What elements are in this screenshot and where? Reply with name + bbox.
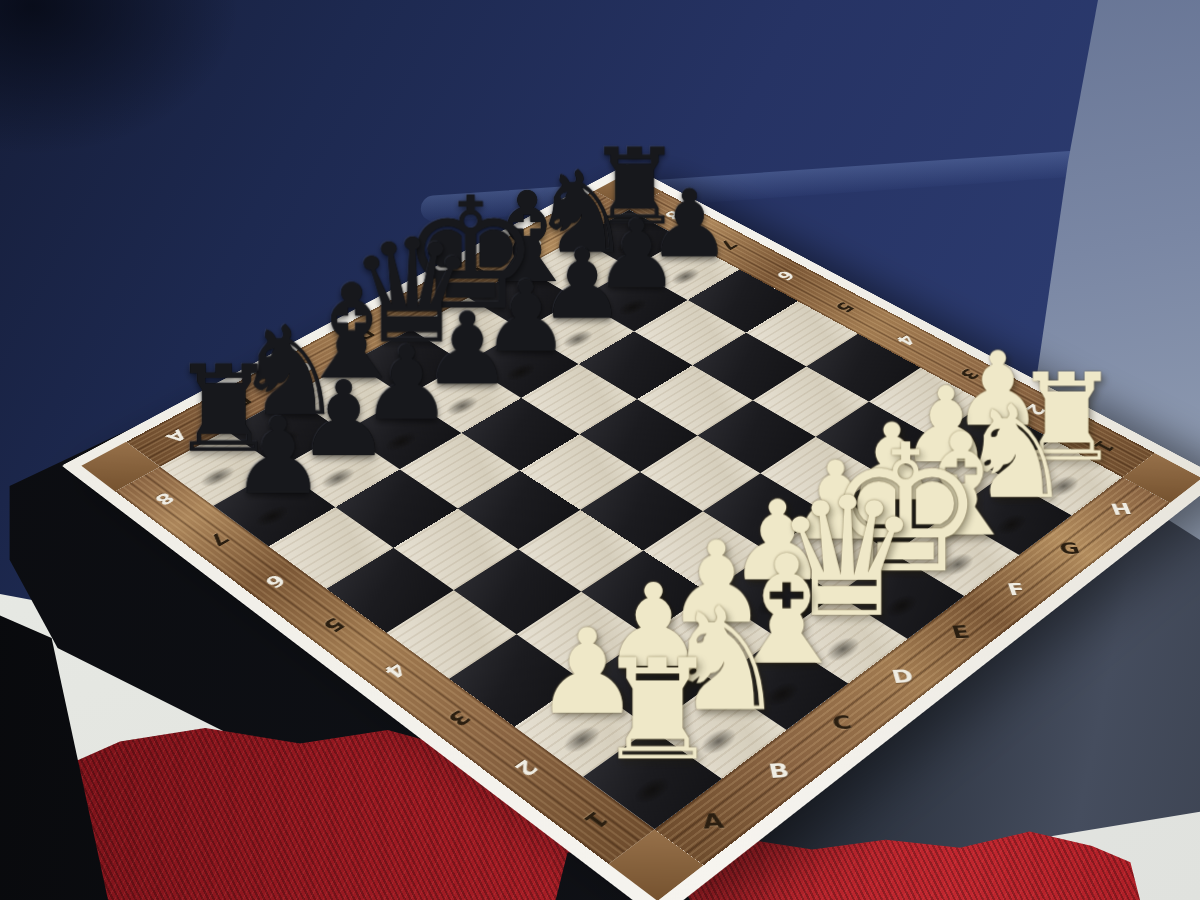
piece-shadow [371, 423, 432, 460]
rank-label-7: 7 [683, 220, 772, 269]
board-perspective: ABCDEFGH 87654321 ♜♞♝♛♚♝♞♜♟♟♟♟♟♟♟♟♟♟♟♟♟♟… [0, 0, 1200, 900]
square-c7[interactable]: ♟ [344, 397, 462, 470]
rank-label-6: 6 [740, 250, 831, 301]
square-e7[interactable]: ♟ [465, 330, 579, 398]
wood-frame: ABCDEFGH 87654321 ♜♞♝♛♚♝♞♜♟♟♟♟♟♟♟♟♟♟♟♟♟♟… [81, 173, 1200, 900]
chess-board: ♜♞♝♛♚♝♞♜♟♟♟♟♟♟♟♟♟♟♟♟♟♟♟♟♜♞♝♛♚♝♞♜ [160, 210, 1122, 830]
piece-shadow [494, 290, 550, 322]
square-f6[interactable] [579, 331, 693, 399]
square-d7[interactable]: ♟ [406, 363, 522, 433]
piece-shadow [437, 321, 495, 354]
square-f8[interactable]: ♝ [468, 267, 578, 330]
square-e5[interactable] [579, 399, 697, 472]
file-label-h: H [543, 191, 630, 238]
square-h5[interactable] [746, 301, 858, 366]
piece-black-pawn-d7[interactable]: ♟ [417, 299, 517, 399]
square-f7[interactable]: ♟ [523, 299, 635, 364]
file-label-e: E [376, 277, 468, 329]
square-g7[interactable]: ♟ [578, 268, 688, 331]
piece-black-knight-g8[interactable]: ♞ [524, 157, 637, 270]
square-e8[interactable]: ♚ [411, 298, 523, 363]
piece-black-pawn-a7[interactable]: ♟ [225, 403, 331, 509]
piece-black-pawn-g7[interactable]: ♟ [589, 206, 684, 301]
file-label-a: A [126, 406, 226, 466]
piece-black-pawn-c7[interactable]: ♟ [355, 333, 457, 435]
square-e6[interactable] [521, 364, 637, 434]
piece-shadow [658, 261, 713, 292]
file-label-c: C [256, 339, 352, 395]
square-h7[interactable]: ♟ [632, 239, 740, 300]
piece-shadow [603, 231, 657, 261]
square-d8[interactable]: ♛ [352, 329, 465, 396]
file-label-f: F [434, 247, 524, 298]
piece-shadow [378, 354, 437, 389]
piece-black-bishop-c8[interactable]: ♝ [286, 267, 417, 398]
frame-corner-h8 [594, 173, 662, 210]
rank-label-8: 8 [629, 191, 716, 239]
piece-black-rook-h8[interactable]: ♜ [581, 134, 687, 240]
frame-edge-rank8-letters: ABCDEFGH [126, 191, 629, 467]
rank-label-4: 4 [858, 313, 953, 368]
file-label-b: B [726, 745, 833, 797]
piece-black-queen-d8[interactable]: ♛ [340, 221, 484, 365]
square-d6[interactable] [462, 398, 580, 471]
rank-label-5: 5 [798, 281, 891, 334]
piece-shadow [550, 260, 605, 291]
square-g8[interactable]: ♞ [524, 238, 632, 299]
chess-mat: ABCDEFGH 87654321 ♜♞♝♛♚♝♞♜♟♟♟♟♟♟♟♟♟♟♟♟♟♟… [62, 164, 1200, 900]
piece-black-bishop-f8[interactable]: ♝ [464, 176, 588, 300]
file-label-d: D [317, 308, 411, 362]
frame-corner-a8 [81, 442, 160, 492]
file-label-g: G [1019, 528, 1121, 570]
square-h8[interactable]: ♜ [577, 210, 683, 269]
file-label-g: G [489, 219, 577, 268]
piece-shadow [492, 355, 550, 390]
piece-black-pawn-h7[interactable]: ♟ [642, 177, 735, 270]
piece-black-pawn-f7[interactable]: ♟ [533, 236, 630, 333]
square-g6[interactable] [634, 300, 746, 365]
piece-black-pawn-e7[interactable]: ♟ [476, 267, 574, 365]
square-h6[interactable] [688, 270, 798, 333]
piece-shadow [605, 291, 661, 323]
piece-black-king-e8[interactable]: ♚ [393, 178, 547, 332]
square-f5[interactable] [637, 365, 753, 435]
piece-shadow [549, 323, 606, 356]
piece-shadow [432, 388, 492, 424]
square-g5[interactable] [692, 333, 806, 401]
piece-white-rook-a1[interactable]: ♜ [588, 642, 727, 781]
file-label-a: A [659, 795, 767, 849]
living-room-scene: ABCDEFGH 87654321 ♜♞♝♛♚♝♞♜♟♟♟♟♟♟♟♟♟♟♟♟♟♟… [0, 0, 1200, 900]
